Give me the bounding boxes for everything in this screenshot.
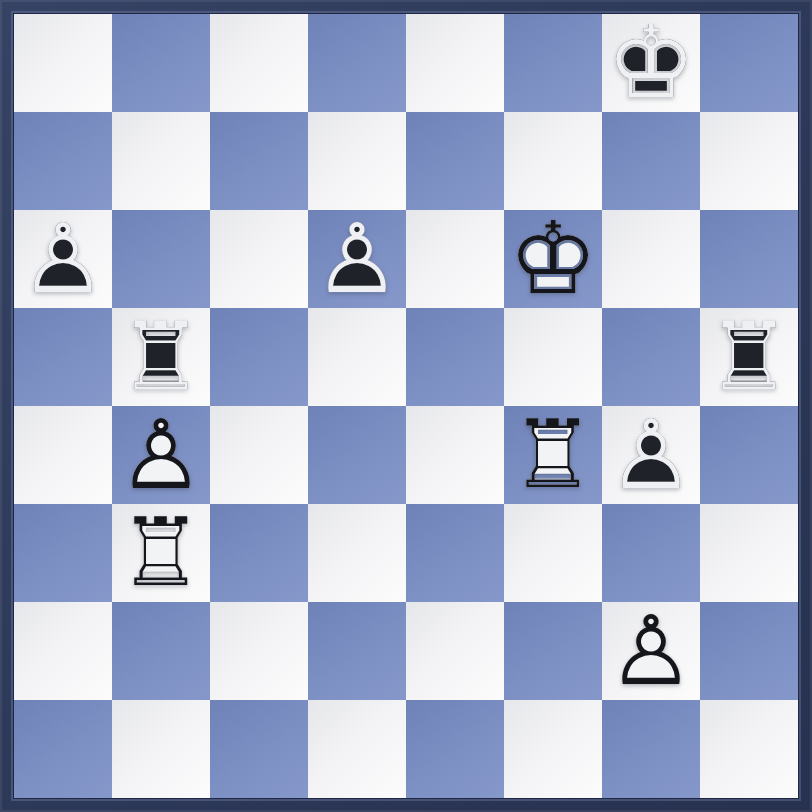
piece-white-pawn[interactable]: ♟♙ bbox=[602, 602, 700, 700]
white-pawn-outline-icon: ♙ bbox=[608, 602, 694, 700]
black-pawn-outline-icon: ♙ bbox=[314, 210, 400, 308]
square-f5[interactable] bbox=[504, 308, 602, 406]
square-d5[interactable] bbox=[308, 308, 406, 406]
square-a7[interactable] bbox=[14, 112, 112, 210]
black-pawn-outline-icon: ♙ bbox=[20, 210, 106, 308]
square-h7[interactable] bbox=[700, 112, 798, 210]
square-g3[interactable] bbox=[602, 504, 700, 602]
square-b3[interactable]: ♜♖ bbox=[112, 504, 210, 602]
square-g1[interactable] bbox=[602, 700, 700, 798]
chess-board: ♚♔♟♙♟♙♚♔♜♖♜♖♟♙♜♖♟♙♜♖♟♙ bbox=[14, 14, 798, 798]
white-rook-outline-icon: ♖ bbox=[511, 406, 595, 504]
piece-white-king[interactable]: ♚♔ bbox=[504, 210, 602, 308]
square-e4[interactable] bbox=[406, 406, 504, 504]
square-d7[interactable] bbox=[308, 112, 406, 210]
black-pawn-outline-icon: ♙ bbox=[608, 406, 694, 504]
board-frame: ♚♔♟♙♟♙♚♔♜♖♜♖♟♙♜♖♟♙♜♖♟♙ bbox=[0, 0, 812, 812]
square-h6[interactable] bbox=[700, 210, 798, 308]
white-king-outline-icon: ♔ bbox=[508, 210, 598, 308]
square-c8[interactable] bbox=[210, 14, 308, 112]
square-e5[interactable] bbox=[406, 308, 504, 406]
square-a1[interactable] bbox=[14, 700, 112, 798]
square-f3[interactable] bbox=[504, 504, 602, 602]
square-c1[interactable] bbox=[210, 700, 308, 798]
square-c5[interactable] bbox=[210, 308, 308, 406]
square-h2[interactable] bbox=[700, 602, 798, 700]
white-pawn-outline-icon: ♙ bbox=[118, 406, 204, 504]
square-f2[interactable] bbox=[504, 602, 602, 700]
piece-black-rook[interactable]: ♜♖ bbox=[112, 308, 210, 406]
square-b6[interactable] bbox=[112, 210, 210, 308]
square-c4[interactable] bbox=[210, 406, 308, 504]
square-a5[interactable] bbox=[14, 308, 112, 406]
square-a3[interactable] bbox=[14, 504, 112, 602]
black-rook-outline-icon: ♖ bbox=[707, 308, 791, 406]
square-d1[interactable] bbox=[308, 700, 406, 798]
square-c2[interactable] bbox=[210, 602, 308, 700]
square-f1[interactable] bbox=[504, 700, 602, 798]
square-a6[interactable]: ♟♙ bbox=[14, 210, 112, 308]
square-d2[interactable] bbox=[308, 602, 406, 700]
piece-white-rook[interactable]: ♜♖ bbox=[504, 406, 602, 504]
square-a4[interactable] bbox=[14, 406, 112, 504]
square-c3[interactable] bbox=[210, 504, 308, 602]
square-g6[interactable] bbox=[602, 210, 700, 308]
square-e6[interactable] bbox=[406, 210, 504, 308]
square-a2[interactable] bbox=[14, 602, 112, 700]
square-c6[interactable] bbox=[210, 210, 308, 308]
square-d4[interactable] bbox=[308, 406, 406, 504]
square-d6[interactable]: ♟♙ bbox=[308, 210, 406, 308]
square-h5[interactable]: ♜♖ bbox=[700, 308, 798, 406]
square-h1[interactable] bbox=[700, 700, 798, 798]
square-h8[interactable] bbox=[700, 14, 798, 112]
black-king-outline-icon: ♔ bbox=[606, 14, 696, 112]
square-b2[interactable] bbox=[112, 602, 210, 700]
square-g5[interactable] bbox=[602, 308, 700, 406]
square-b7[interactable] bbox=[112, 112, 210, 210]
square-d8[interactable] bbox=[308, 14, 406, 112]
piece-white-pawn[interactable]: ♟♙ bbox=[112, 406, 210, 504]
square-h4[interactable] bbox=[700, 406, 798, 504]
square-b5[interactable]: ♜♖ bbox=[112, 308, 210, 406]
square-e3[interactable] bbox=[406, 504, 504, 602]
square-e7[interactable] bbox=[406, 112, 504, 210]
square-g4[interactable]: ♟♙ bbox=[602, 406, 700, 504]
square-f6[interactable]: ♚♔ bbox=[504, 210, 602, 308]
square-g2[interactable]: ♟♙ bbox=[602, 602, 700, 700]
piece-black-rook[interactable]: ♜♖ bbox=[700, 308, 798, 406]
square-g7[interactable] bbox=[602, 112, 700, 210]
square-b8[interactable] bbox=[112, 14, 210, 112]
piece-white-rook[interactable]: ♜♖ bbox=[112, 504, 210, 602]
square-e2[interactable] bbox=[406, 602, 504, 700]
square-b4[interactable]: ♟♙ bbox=[112, 406, 210, 504]
square-e8[interactable] bbox=[406, 14, 504, 112]
square-a8[interactable] bbox=[14, 14, 112, 112]
black-rook-outline-icon: ♖ bbox=[119, 308, 203, 406]
piece-black-king[interactable]: ♚♔ bbox=[602, 14, 700, 112]
square-e1[interactable] bbox=[406, 700, 504, 798]
square-f4[interactable]: ♜♖ bbox=[504, 406, 602, 504]
piece-black-pawn[interactable]: ♟♙ bbox=[308, 210, 406, 308]
square-g8[interactable]: ♚♔ bbox=[602, 14, 700, 112]
square-f7[interactable] bbox=[504, 112, 602, 210]
square-b1[interactable] bbox=[112, 700, 210, 798]
piece-black-pawn[interactable]: ♟♙ bbox=[602, 406, 700, 504]
square-h3[interactable] bbox=[700, 504, 798, 602]
white-rook-outline-icon: ♖ bbox=[119, 504, 203, 602]
square-f8[interactable] bbox=[504, 14, 602, 112]
square-c7[interactable] bbox=[210, 112, 308, 210]
square-d3[interactable] bbox=[308, 504, 406, 602]
piece-black-pawn[interactable]: ♟♙ bbox=[14, 210, 112, 308]
